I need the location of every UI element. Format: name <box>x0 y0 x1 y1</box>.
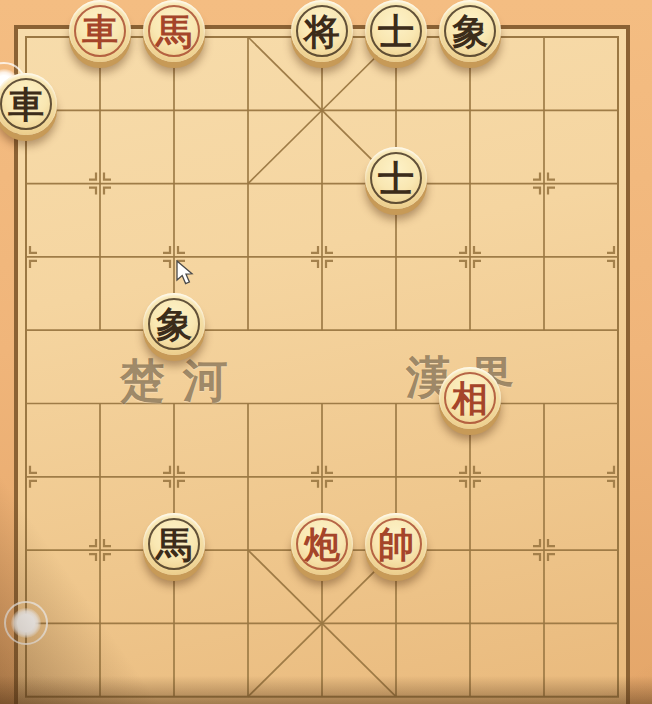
piece-black-horse[interactable]: 馬 <box>143 513 205 575</box>
piece-red-horse[interactable]: 馬 <box>143 0 205 62</box>
piece-red-chariot[interactable]: 車 <box>69 0 131 62</box>
piece-character: 象 <box>143 293 205 355</box>
piece-character: 車 <box>69 0 131 62</box>
piece-character: 相 <box>439 367 501 429</box>
mouse-cursor-icon <box>176 260 198 288</box>
piece-character: 士 <box>365 147 427 209</box>
board-grid-lines <box>0 0 652 704</box>
piece-character: 馬 <box>143 513 205 575</box>
piece-black-advisor-1[interactable]: 士 <box>365 0 427 62</box>
river-label-chu-he: 楚河 <box>120 351 246 411</box>
piece-character: 象 <box>439 0 501 62</box>
piece-black-chariot[interactable]: 車 <box>0 73 57 135</box>
piece-black-general[interactable]: 将 <box>291 0 353 62</box>
piece-character: 炮 <box>291 513 353 575</box>
xiangqi-app: 楚河 漢界 車馬将士象車士象相馬炮帥 <box>0 0 652 704</box>
piece-character: 馬 <box>143 0 205 62</box>
piece-red-cannon[interactable]: 炮 <box>291 513 353 575</box>
piece-black-elephant-1[interactable]: 象 <box>439 0 501 62</box>
piece-character: 将 <box>291 0 353 62</box>
piece-character: 帥 <box>365 513 427 575</box>
move-highlight-glow <box>11 608 41 638</box>
piece-character: 車 <box>0 73 57 135</box>
piece-red-elephant[interactable]: 相 <box>439 367 501 429</box>
piece-red-general[interactable]: 帥 <box>365 513 427 575</box>
piece-black-elephant-2[interactable]: 象 <box>143 293 205 355</box>
piece-character: 士 <box>365 0 427 62</box>
piece-black-advisor-2[interactable]: 士 <box>365 147 427 209</box>
